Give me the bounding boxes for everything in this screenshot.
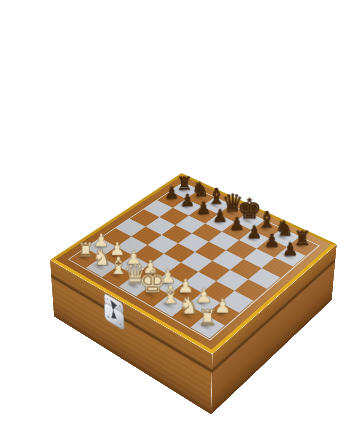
perspective-wrapper: ♜♞♝♛♚♝♞♜♟♟♟♟♟♟♟♟♟♟♟♟♟♟♟♟♜♞♝♛♚♝♞♜	[0, 0, 350, 441]
product-photo: ♜♞♝♛♚♝♞♜♟♟♟♟♟♟♟♟♟♟♟♟♟♟♟♟♜♞♝♛♚♝♞♜	[0, 0, 350, 441]
chess-box: ♜♞♝♛♚♝♞♜♟♟♟♟♟♟♟♟♟♟♟♟♟♟♟♟♜♞♝♛♚♝♞♜	[50, 173, 337, 354]
